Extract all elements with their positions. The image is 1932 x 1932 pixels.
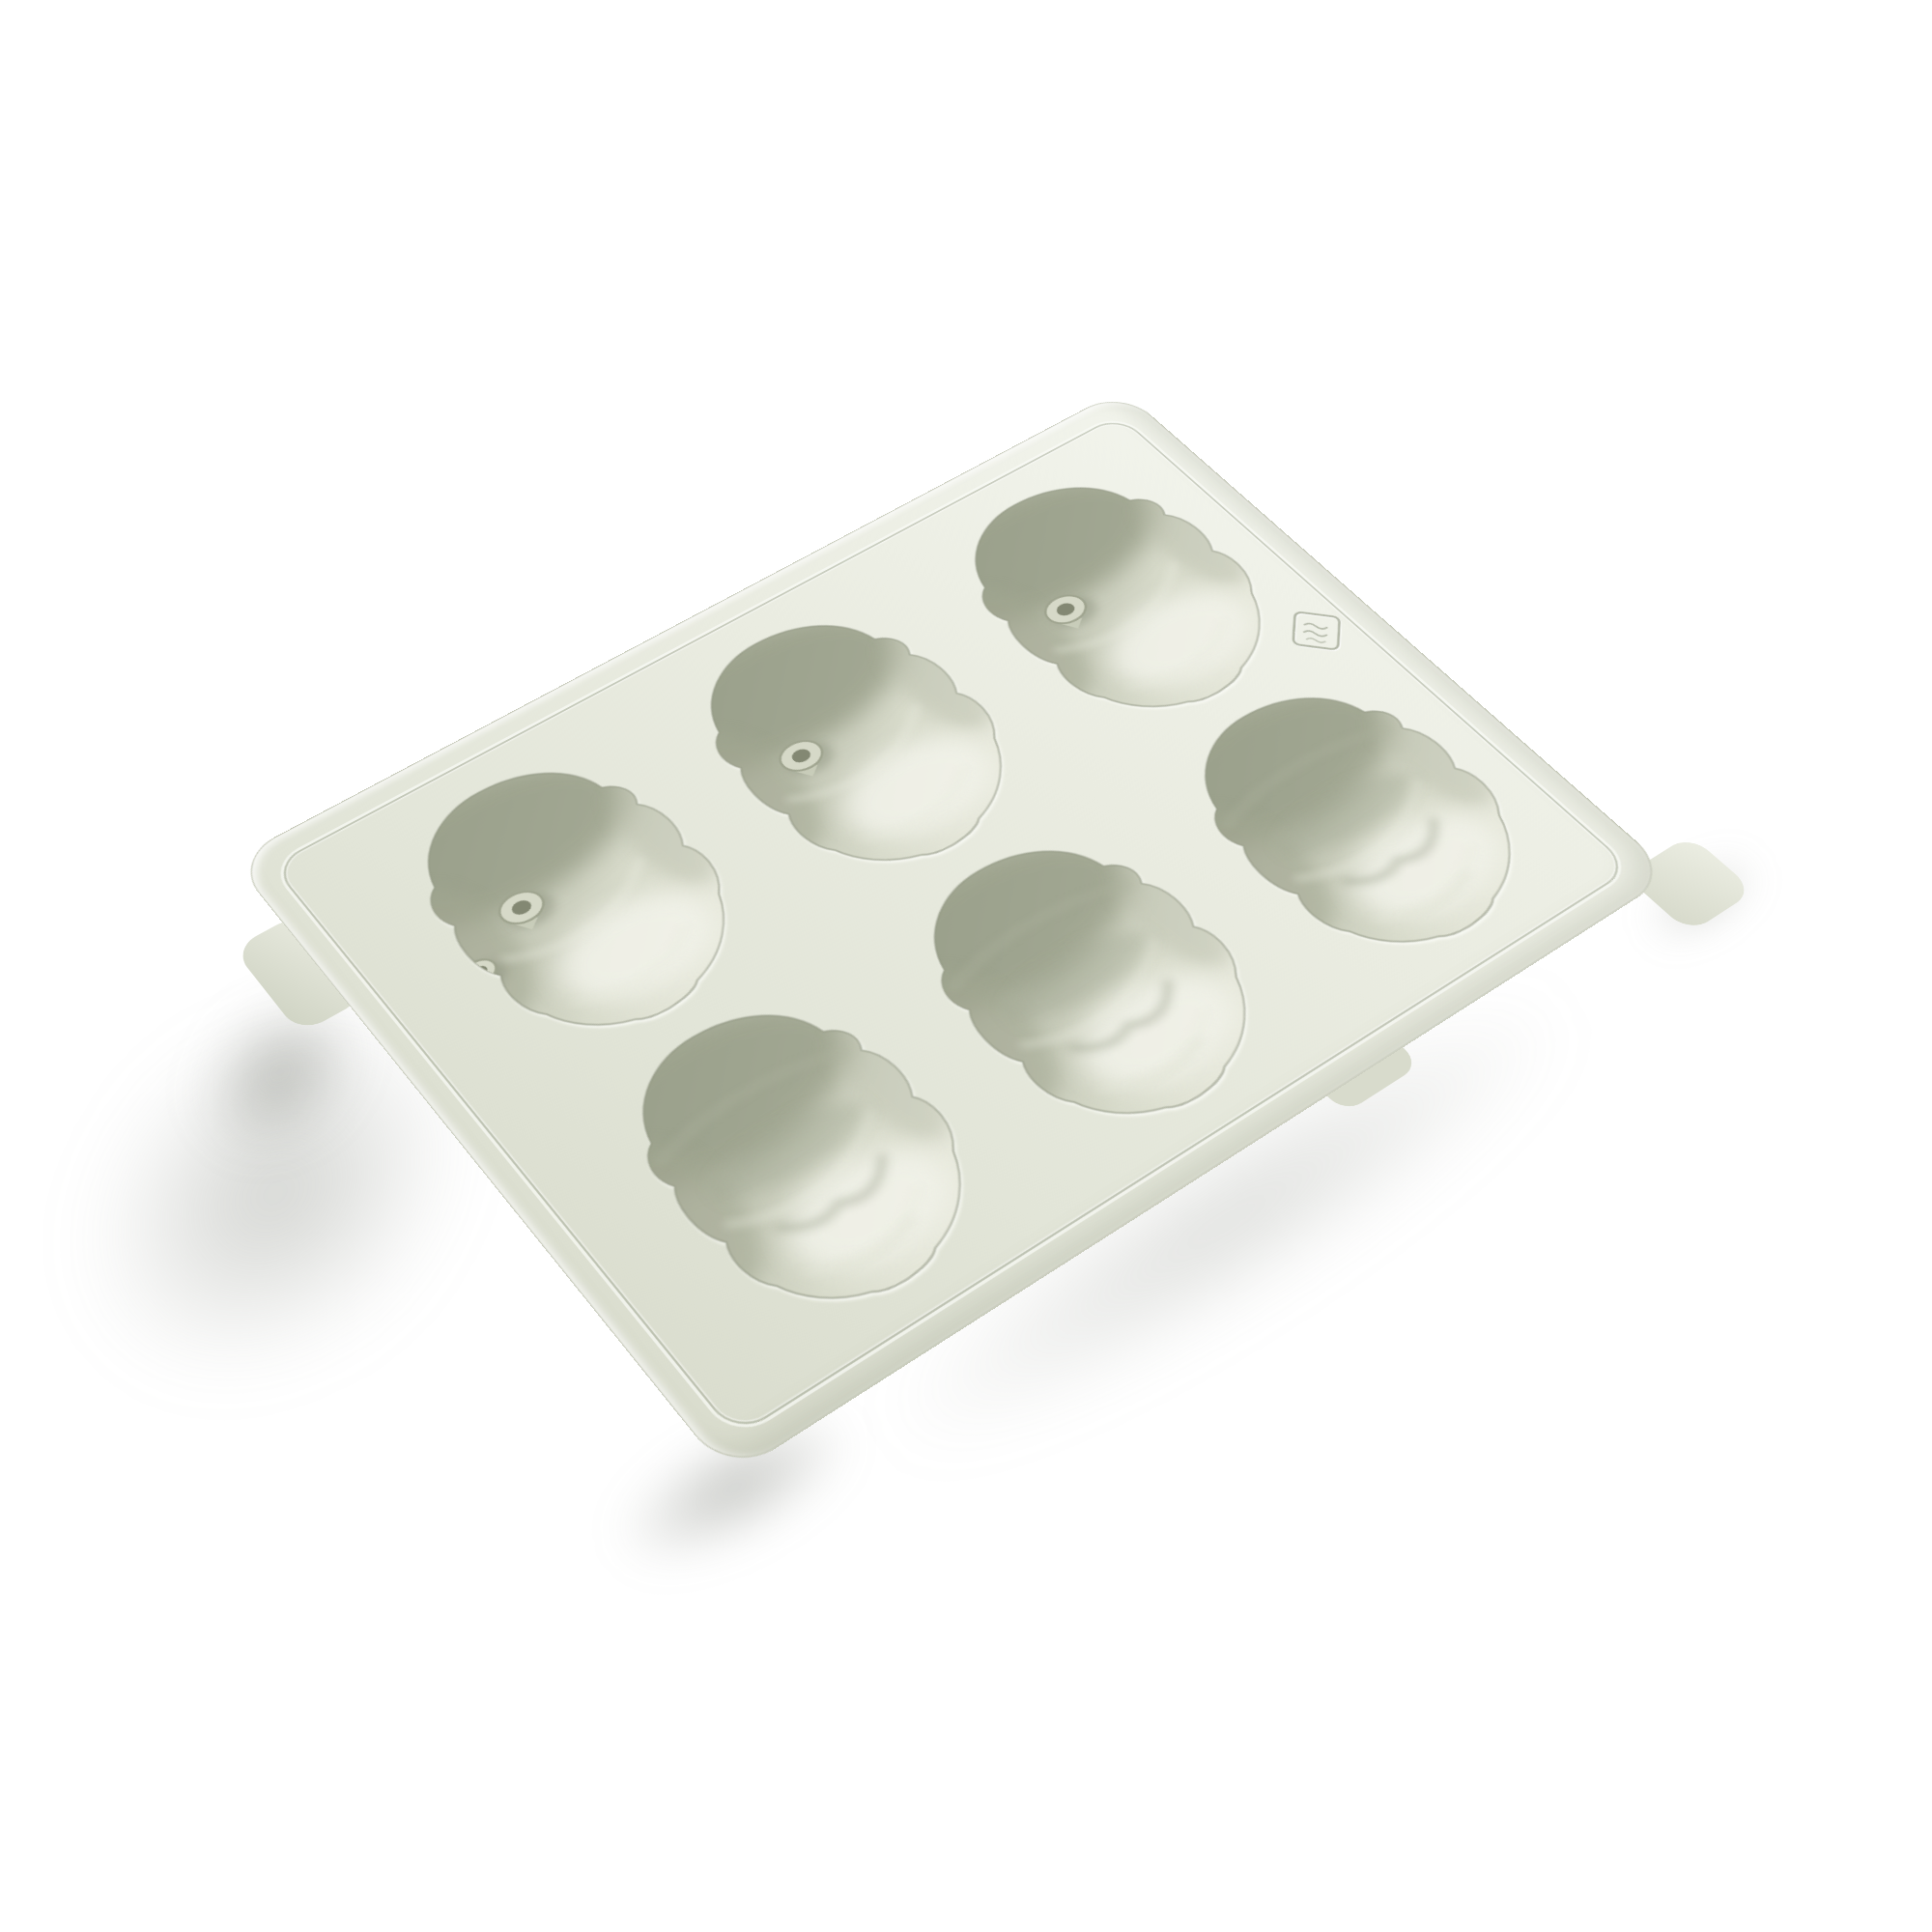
embossed-diamond-logo-icon xyxy=(1283,603,1350,659)
product-photo-stage xyxy=(0,0,1932,1932)
ice-cube-tray xyxy=(232,389,1674,1478)
cavities-layer xyxy=(232,389,1674,1478)
